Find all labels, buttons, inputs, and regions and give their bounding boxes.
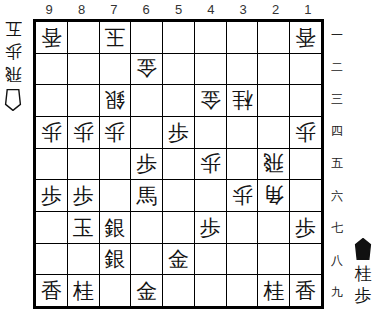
sente-piece-歩: 歩 bbox=[136, 154, 157, 175]
square-6-9[interactable]: 金 bbox=[131, 275, 162, 306]
square-1-2[interactable] bbox=[290, 54, 321, 85]
gote-piece-金: 金 bbox=[136, 57, 157, 78]
gote-piece-歩: 歩 bbox=[73, 121, 94, 142]
sente-piece-銀: 銀 bbox=[104, 218, 125, 239]
sente-piece-銀: 銀 bbox=[104, 249, 125, 270]
square-7-4[interactable]: 歩 bbox=[100, 117, 131, 148]
gote-piece-飛: 飛 bbox=[263, 152, 284, 173]
square-2-9[interactable]: 桂 bbox=[258, 275, 289, 306]
sente-piece-歩: 歩 bbox=[41, 186, 62, 207]
square-3-7[interactable] bbox=[227, 212, 258, 243]
square-9-3[interactable] bbox=[36, 85, 67, 116]
rank-label-8: 八 bbox=[327, 245, 347, 277]
square-2-3[interactable] bbox=[258, 85, 289, 116]
square-3-4[interactable] bbox=[227, 117, 258, 148]
square-7-8[interactable]: 銀 bbox=[100, 244, 131, 275]
square-1-1[interactable]: 香 bbox=[290, 22, 321, 53]
square-8-9[interactable]: 桂 bbox=[68, 275, 99, 306]
square-1-3[interactable] bbox=[290, 85, 321, 116]
square-1-7[interactable]: 歩 bbox=[290, 212, 321, 243]
sente-piece-香: 香 bbox=[41, 281, 62, 302]
square-8-8[interactable] bbox=[68, 244, 99, 275]
square-8-7[interactable]: 玉 bbox=[68, 212, 99, 243]
sente-piece-香: 香 bbox=[295, 281, 316, 302]
square-4-7[interactable]: 歩 bbox=[195, 212, 226, 243]
square-9-6[interactable]: 歩 bbox=[36, 180, 67, 211]
sente-piece-歩: 歩 bbox=[73, 186, 94, 207]
square-9-8[interactable] bbox=[36, 244, 67, 275]
square-8-3[interactable] bbox=[68, 85, 99, 116]
square-5-7[interactable] bbox=[163, 212, 194, 243]
sente-piece-歩: 歩 bbox=[200, 218, 221, 239]
square-7-5[interactable] bbox=[100, 149, 131, 180]
square-8-5[interactable] bbox=[68, 149, 99, 180]
rank-label-7: 七 bbox=[327, 212, 347, 244]
sente-hand-char-歩: 歩 bbox=[355, 287, 372, 304]
file-label-4: 4 bbox=[195, 0, 227, 18]
file-label-5: 5 bbox=[162, 0, 194, 18]
square-1-5[interactable] bbox=[290, 149, 321, 180]
sente-hand: 桂歩 bbox=[351, 238, 375, 304]
rank-label-6: 六 bbox=[327, 180, 347, 212]
sente-piece-馬: 馬 bbox=[136, 186, 157, 207]
square-8-1[interactable] bbox=[68, 22, 99, 53]
square-6-7[interactable] bbox=[131, 212, 162, 243]
square-1-9[interactable]: 香 bbox=[290, 275, 321, 306]
square-6-1[interactable] bbox=[131, 22, 162, 53]
sente-piece-桂: 桂 bbox=[263, 281, 284, 302]
square-3-9[interactable] bbox=[227, 275, 258, 306]
square-5-9[interactable] bbox=[163, 275, 194, 306]
square-6-6[interactable]: 馬 bbox=[131, 180, 162, 211]
gote-piece-玉: 玉 bbox=[104, 26, 125, 47]
sente-piece-歩: 歩 bbox=[168, 123, 189, 144]
square-5-5[interactable] bbox=[163, 149, 194, 180]
square-4-9[interactable] bbox=[195, 275, 226, 306]
sente-hand-char-桂: 桂 bbox=[355, 265, 372, 282]
square-2-5[interactable]: 飛 bbox=[258, 149, 289, 180]
square-6-2[interactable]: 金 bbox=[131, 54, 162, 85]
square-2-8[interactable] bbox=[258, 244, 289, 275]
gote-hand-char-五: 五 bbox=[5, 20, 22, 37]
gote-piece-香: 香 bbox=[295, 26, 316, 47]
square-7-2[interactable] bbox=[100, 54, 131, 85]
square-7-9[interactable] bbox=[100, 275, 131, 306]
gote-piece-歩: 歩 bbox=[295, 121, 316, 142]
gote-piece-金: 金 bbox=[200, 89, 221, 110]
gote-piece-銀: 銀 bbox=[104, 89, 125, 110]
sente-piece-金: 金 bbox=[168, 249, 189, 270]
square-3-6[interactable]: 歩 bbox=[227, 180, 258, 211]
square-5-6[interactable] bbox=[163, 180, 194, 211]
gote-hand-char-歩: 歩 bbox=[5, 43, 22, 60]
square-7-1[interactable]: 玉 bbox=[100, 22, 131, 53]
square-7-6[interactable] bbox=[100, 180, 131, 211]
square-8-4[interactable]: 歩 bbox=[68, 117, 99, 148]
file-label-7: 7 bbox=[98, 0, 130, 18]
square-9-5[interactable] bbox=[36, 149, 67, 180]
square-5-3[interactable] bbox=[163, 85, 194, 116]
square-4-6[interactable] bbox=[195, 180, 226, 211]
shogi-board: 香玉香金銀金桂歩歩歩歩歩歩歩飛歩歩馬歩角玉銀歩歩銀金香桂金桂香 bbox=[33, 19, 324, 309]
square-9-1[interactable]: 香 bbox=[36, 22, 67, 53]
square-6-3[interactable] bbox=[131, 85, 162, 116]
square-9-9[interactable]: 香 bbox=[36, 275, 67, 306]
square-9-2[interactable] bbox=[36, 54, 67, 85]
square-4-2[interactable] bbox=[195, 54, 226, 85]
gote-hand: 五歩飛 bbox=[1, 20, 25, 111]
square-4-1[interactable] bbox=[195, 22, 226, 53]
file-label-3: 3 bbox=[227, 0, 259, 18]
square-3-8[interactable] bbox=[227, 244, 258, 275]
rank-label-9: 九 bbox=[327, 277, 347, 309]
square-2-2[interactable] bbox=[258, 54, 289, 85]
file-labels: 987654321 bbox=[33, 0, 324, 18]
shogi-diagram: 987654321 香玉香金銀金桂歩歩歩歩歩歩歩飛歩歩馬歩角玉銀歩歩銀金香桂金桂… bbox=[0, 0, 380, 317]
square-1-4[interactable]: 歩 bbox=[290, 117, 321, 148]
square-3-3[interactable]: 桂 bbox=[227, 85, 258, 116]
gote-piece-桂: 桂 bbox=[232, 89, 253, 110]
rank-labels: 一二三四五六七八九 bbox=[327, 19, 347, 309]
sente-koma-icon bbox=[353, 238, 373, 260]
square-4-5[interactable]: 歩 bbox=[195, 149, 226, 180]
square-3-2[interactable] bbox=[227, 54, 258, 85]
square-7-3[interactable]: 銀 bbox=[100, 85, 131, 116]
square-1-8[interactable] bbox=[290, 244, 321, 275]
square-6-8[interactable] bbox=[131, 244, 162, 275]
square-6-5[interactable]: 歩 bbox=[131, 149, 162, 180]
square-9-4[interactable]: 歩 bbox=[36, 117, 67, 148]
square-8-2[interactable] bbox=[68, 54, 99, 85]
gote-piece-歩: 歩 bbox=[104, 121, 125, 142]
square-4-8[interactable] bbox=[195, 244, 226, 275]
gote-koma-icon bbox=[3, 89, 23, 111]
rank-label-4: 四 bbox=[327, 116, 347, 148]
rank-label-1: 一 bbox=[327, 19, 347, 51]
gote-piece-角: 角 bbox=[263, 184, 284, 205]
square-5-2[interactable] bbox=[163, 54, 194, 85]
square-2-6[interactable]: 角 bbox=[258, 180, 289, 211]
sente-piece-玉: 玉 bbox=[73, 218, 94, 239]
rank-label-2: 二 bbox=[327, 51, 347, 83]
square-9-7[interactable] bbox=[36, 212, 67, 243]
file-label-6: 6 bbox=[130, 0, 162, 18]
gote-piece-歩: 歩 bbox=[232, 184, 253, 205]
file-label-2: 2 bbox=[259, 0, 291, 18]
file-label-9: 9 bbox=[33, 0, 65, 18]
square-6-4[interactable] bbox=[131, 117, 162, 148]
gote-piece-歩: 歩 bbox=[200, 152, 221, 173]
square-2-7[interactable] bbox=[258, 212, 289, 243]
sente-piece-金: 金 bbox=[136, 281, 157, 302]
square-8-6[interactable]: 歩 bbox=[68, 180, 99, 211]
file-label-8: 8 bbox=[65, 0, 97, 18]
square-7-7[interactable]: 銀 bbox=[100, 212, 131, 243]
square-5-4[interactable]: 歩 bbox=[163, 117, 194, 148]
rank-label-5: 五 bbox=[327, 148, 347, 180]
gote-piece-香: 香 bbox=[41, 26, 62, 47]
square-5-1[interactable] bbox=[163, 22, 194, 53]
square-4-4[interactable] bbox=[195, 117, 226, 148]
square-4-3[interactable]: 金 bbox=[195, 85, 226, 116]
square-1-6[interactable] bbox=[290, 180, 321, 211]
square-3-5[interactable] bbox=[227, 149, 258, 180]
square-3-1[interactable] bbox=[227, 22, 258, 53]
sente-piece-歩: 歩 bbox=[295, 218, 316, 239]
rank-label-3: 三 bbox=[327, 83, 347, 115]
square-5-8[interactable]: 金 bbox=[163, 244, 194, 275]
gote-hand-char-飛: 飛 bbox=[5, 66, 22, 83]
file-label-1: 1 bbox=[292, 0, 324, 18]
sente-piece-桂: 桂 bbox=[73, 281, 94, 302]
gote-piece-歩: 歩 bbox=[41, 121, 62, 142]
square-2-4[interactable] bbox=[258, 117, 289, 148]
square-2-1[interactable] bbox=[258, 22, 289, 53]
